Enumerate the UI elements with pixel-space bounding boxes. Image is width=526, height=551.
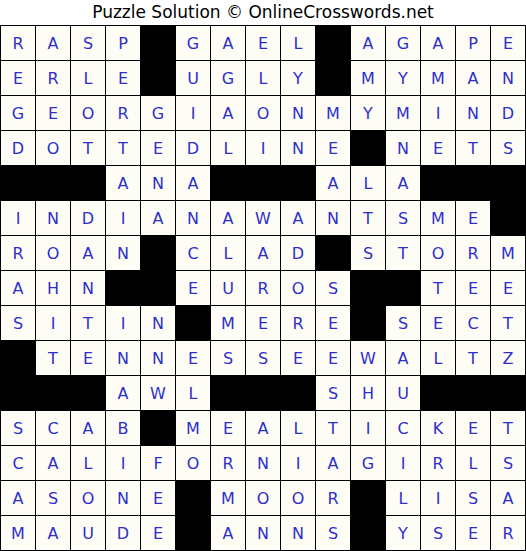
letter-cell-r8c13: T xyxy=(421,271,456,306)
letter-cell-r15c12: Y xyxy=(386,516,421,551)
letter-cell-r6c10: N xyxy=(316,201,351,236)
letter-cell-r12c9: L xyxy=(281,411,316,446)
block-cell-r11c7 xyxy=(211,376,246,411)
letter-cell-r13c8: N xyxy=(246,446,281,481)
letter-cell-r13c6: O xyxy=(176,446,211,481)
letter-cell-r1c7: A xyxy=(211,26,246,61)
letter-cell-r9c5: N xyxy=(141,306,176,341)
block-cell-r5c9 xyxy=(281,166,316,201)
letter-cell-r14c4: N xyxy=(106,481,141,516)
block-cell-r1c10 xyxy=(316,26,351,61)
letter-cell-r8c10: S xyxy=(316,271,351,306)
letter-cell-r8c3: N xyxy=(71,271,106,306)
letter-cell-r13c15: S xyxy=(491,446,526,481)
letter-cell-r5c10: A xyxy=(316,166,351,201)
block-cell-r5c13 xyxy=(421,166,456,201)
letter-cell-r12c13: K xyxy=(421,411,456,446)
letter-cell-r4c3: T xyxy=(71,131,106,166)
letter-cell-r7c13: O xyxy=(421,236,456,271)
puzzle-solution-page: Puzzle Solution © OnlineCrosswords.net R… xyxy=(0,0,526,551)
letter-cell-r7c4: N xyxy=(106,236,141,271)
letter-cell-r1c4: P xyxy=(106,26,141,61)
letter-cell-r3c7: A xyxy=(211,96,246,131)
letter-cell-r2c6: U xyxy=(176,61,211,96)
letter-cell-r9c12: S xyxy=(386,306,421,341)
page-title: Puzzle Solution © OnlineCrosswords.net xyxy=(0,0,526,25)
letter-cell-r2c12: Y xyxy=(386,61,421,96)
block-cell-r11c9 xyxy=(281,376,316,411)
block-cell-r11c14 xyxy=(456,376,491,411)
letter-cell-r13c10: A xyxy=(316,446,351,481)
letter-cell-r8c7: U xyxy=(211,271,246,306)
letter-cell-r10c11: W xyxy=(351,341,386,376)
letter-cell-r8c1: A xyxy=(1,271,36,306)
block-cell-r1c5 xyxy=(141,26,176,61)
block-cell-r10c1 xyxy=(1,341,36,376)
letter-cell-r5c6: A xyxy=(176,166,211,201)
block-cell-r8c4 xyxy=(106,271,141,306)
letter-cell-r7c6: C xyxy=(176,236,211,271)
letter-cell-r15c13: S xyxy=(421,516,456,551)
letter-cell-r11c10: S xyxy=(316,376,351,411)
letter-cell-r15c2: A xyxy=(36,516,71,551)
letter-cell-r2c11: M xyxy=(351,61,386,96)
letter-cell-r12c1: S xyxy=(1,411,36,446)
letter-cell-r6c2: N xyxy=(36,201,71,236)
letter-cell-r3c14: N xyxy=(456,96,491,131)
letter-cell-r3c15: D xyxy=(491,96,526,131)
letter-cell-r2c2: R xyxy=(36,61,71,96)
letter-cell-r15c15: R xyxy=(491,516,526,551)
letter-cell-r15c4: D xyxy=(106,516,141,551)
letter-cell-r13c12: I xyxy=(386,446,421,481)
block-cell-r14c11 xyxy=(351,481,386,516)
letter-cell-r1c11: A xyxy=(351,26,386,61)
block-cell-r8c12 xyxy=(386,271,421,306)
block-cell-r5c7 xyxy=(211,166,246,201)
letter-cell-r13c1: C xyxy=(1,446,36,481)
letter-cell-r8c8: R xyxy=(246,271,281,306)
letter-cell-r3c1: G xyxy=(1,96,36,131)
letter-cell-r3c10: M xyxy=(316,96,351,131)
letter-cell-r10c13: L xyxy=(421,341,456,376)
letter-cell-r14c2: S xyxy=(36,481,71,516)
letter-cell-r1c9: L xyxy=(281,26,316,61)
letter-cell-r1c3: S xyxy=(71,26,106,61)
letter-cell-r1c2: A xyxy=(36,26,71,61)
letter-cell-r3c4: R xyxy=(106,96,141,131)
letter-cell-r3c9: N xyxy=(281,96,316,131)
letter-cell-r6c5: A xyxy=(141,201,176,236)
letter-cell-r12c8: A xyxy=(246,411,281,446)
letter-cell-r12c4: B xyxy=(106,411,141,446)
letter-cell-r10c5: N xyxy=(141,341,176,376)
letter-cell-r8c14: E xyxy=(456,271,491,306)
letter-cell-r13c7: R xyxy=(211,446,246,481)
letter-cell-r7c11: S xyxy=(351,236,386,271)
block-cell-r6c15 xyxy=(491,201,526,236)
letter-cell-r7c14: R xyxy=(456,236,491,271)
letter-cell-r1c12: G xyxy=(386,26,421,61)
letter-cell-r6c13: M xyxy=(421,201,456,236)
letter-cell-r5c12: A xyxy=(386,166,421,201)
letter-cell-r6c1: I xyxy=(1,201,36,236)
letter-cell-r3c6: I xyxy=(176,96,211,131)
block-cell-r7c5 xyxy=(141,236,176,271)
crossword-grid: RASPGAELAGAPEERLEUGLYMYMANGEORGIAONMYMIN… xyxy=(0,25,526,551)
letter-cell-r6c6: N xyxy=(176,201,211,236)
letter-cell-r14c14: S xyxy=(456,481,491,516)
letter-cell-r2c15: N xyxy=(491,61,526,96)
letter-cell-r7c12: T xyxy=(386,236,421,271)
letter-cell-r6c11: T xyxy=(351,201,386,236)
letter-cell-r3c3: O xyxy=(71,96,106,131)
letter-cell-r9c7: M xyxy=(211,306,246,341)
letter-cell-r15c9: N xyxy=(281,516,316,551)
letter-cell-r9c10: E xyxy=(316,306,351,341)
block-cell-r5c8 xyxy=(246,166,281,201)
letter-cell-r14c5: E xyxy=(141,481,176,516)
letter-cell-r12c14: E xyxy=(456,411,491,446)
letter-cell-r3c11: Y xyxy=(351,96,386,131)
letter-cell-r9c2: I xyxy=(36,306,71,341)
letter-cell-r5c5: N xyxy=(141,166,176,201)
letter-cell-r10c10: E xyxy=(316,341,351,376)
letter-cell-r14c7: M xyxy=(211,481,246,516)
letter-cell-r10c2: T xyxy=(36,341,71,376)
letter-cell-r11c6: L xyxy=(176,376,211,411)
letter-cell-r14c8: O xyxy=(246,481,281,516)
letter-cell-r3c8: O xyxy=(246,96,281,131)
block-cell-r2c5 xyxy=(141,61,176,96)
letter-cell-r4c12: N xyxy=(386,131,421,166)
letter-cell-r6c4: I xyxy=(106,201,141,236)
letter-cell-r4c1: D xyxy=(1,131,36,166)
letter-cell-r8c2: H xyxy=(36,271,71,306)
letter-cell-r2c1: E xyxy=(1,61,36,96)
block-cell-r4c11 xyxy=(351,131,386,166)
letter-cell-r11c4: A xyxy=(106,376,141,411)
letter-cell-r6c14: E xyxy=(456,201,491,236)
letter-cell-r14c10: R xyxy=(316,481,351,516)
letter-cell-r8c9: O xyxy=(281,271,316,306)
letter-cell-r2c8: L xyxy=(246,61,281,96)
letter-cell-r3c13: I xyxy=(421,96,456,131)
letter-cell-r5c4: A xyxy=(106,166,141,201)
letter-cell-r12c12: C xyxy=(386,411,421,446)
letter-cell-r7c9: D xyxy=(281,236,316,271)
letter-cell-r12c10: T xyxy=(316,411,351,446)
letter-cell-r10c6: E xyxy=(176,341,211,376)
letter-cell-r7c15: M xyxy=(491,236,526,271)
block-cell-r5c1 xyxy=(1,166,36,201)
letter-cell-r11c11: H xyxy=(351,376,386,411)
letter-cell-r11c5: W xyxy=(141,376,176,411)
letter-cell-r6c3: D xyxy=(71,201,106,236)
block-cell-r7c10 xyxy=(316,236,351,271)
letter-cell-r11c12: U xyxy=(386,376,421,411)
letter-cell-r4c9: N xyxy=(281,131,316,166)
letter-cell-r10c8: S xyxy=(246,341,281,376)
letter-cell-r3c2: E xyxy=(36,96,71,131)
letter-cell-r10c14: T xyxy=(456,341,491,376)
letter-cell-r12c7: E xyxy=(211,411,246,446)
letter-cell-r13c13: R xyxy=(421,446,456,481)
letter-cell-r2c9: Y xyxy=(281,61,316,96)
letter-cell-r13c5: F xyxy=(141,446,176,481)
letter-cell-r1c13: A xyxy=(421,26,456,61)
letter-cell-r14c3: O xyxy=(71,481,106,516)
letter-cell-r4c10: E xyxy=(316,131,351,166)
letter-cell-r6c9: A xyxy=(281,201,316,236)
letter-cell-r13c4: I xyxy=(106,446,141,481)
letter-cell-r15c3: U xyxy=(71,516,106,551)
letter-cell-r4c6: D xyxy=(176,131,211,166)
letter-cell-r8c15: E xyxy=(491,271,526,306)
letter-cell-r15c10: S xyxy=(316,516,351,551)
letter-cell-r12c11: I xyxy=(351,411,386,446)
letter-cell-r13c2: A xyxy=(36,446,71,481)
letter-cell-r9c1: S xyxy=(1,306,36,341)
letter-cell-r14c1: A xyxy=(1,481,36,516)
letter-cell-r15c5: E xyxy=(141,516,176,551)
block-cell-r5c14 xyxy=(456,166,491,201)
letter-cell-r15c1: M xyxy=(1,516,36,551)
letter-cell-r15c14: E xyxy=(456,516,491,551)
letter-cell-r2c4: E xyxy=(106,61,141,96)
block-cell-r8c5 xyxy=(141,271,176,306)
block-cell-r14c6 xyxy=(176,481,211,516)
letter-cell-r3c12: M xyxy=(386,96,421,131)
letter-cell-r2c3: L xyxy=(71,61,106,96)
letter-cell-r4c8: I xyxy=(246,131,281,166)
block-cell-r15c6 xyxy=(176,516,211,551)
letter-cell-r10c4: N xyxy=(106,341,141,376)
letter-cell-r13c3: L xyxy=(71,446,106,481)
letter-cell-r6c12: S xyxy=(386,201,421,236)
letter-cell-r15c8: N xyxy=(246,516,281,551)
letter-cell-r14c9: O xyxy=(281,481,316,516)
block-cell-r5c3 xyxy=(71,166,106,201)
letter-cell-r4c13: E xyxy=(421,131,456,166)
letter-cell-r10c15: Z xyxy=(491,341,526,376)
letter-cell-r12c3: A xyxy=(71,411,106,446)
block-cell-r5c2 xyxy=(36,166,71,201)
letter-cell-r13c11: G xyxy=(351,446,386,481)
letter-cell-r1c14: P xyxy=(456,26,491,61)
block-cell-r9c11 xyxy=(351,306,386,341)
block-cell-r2c10 xyxy=(316,61,351,96)
letter-cell-r7c3: A xyxy=(71,236,106,271)
letter-cell-r9c8: E xyxy=(246,306,281,341)
block-cell-r15c11 xyxy=(351,516,386,551)
letter-cell-r4c7: L xyxy=(211,131,246,166)
letter-cell-r2c13: M xyxy=(421,61,456,96)
letter-cell-r12c15: T xyxy=(491,411,526,446)
letter-cell-r12c6: M xyxy=(176,411,211,446)
letter-cell-r15c7: A xyxy=(211,516,246,551)
letter-cell-r4c4: T xyxy=(106,131,141,166)
letter-cell-r14c13: I xyxy=(421,481,456,516)
letter-cell-r7c7: L xyxy=(211,236,246,271)
block-cell-r9c6 xyxy=(176,306,211,341)
letter-cell-r6c8: W xyxy=(246,201,281,236)
letter-cell-r12c2: C xyxy=(36,411,71,446)
letter-cell-r9c4: I xyxy=(106,306,141,341)
letter-cell-r4c5: E xyxy=(141,131,176,166)
block-cell-r11c13 xyxy=(421,376,456,411)
letter-cell-r9c14: C xyxy=(456,306,491,341)
letter-cell-r3c5: G xyxy=(141,96,176,131)
letter-cell-r2c14: A xyxy=(456,61,491,96)
block-cell-r11c15 xyxy=(491,376,526,411)
letter-cell-r8c6: E xyxy=(176,271,211,306)
block-cell-r11c2 xyxy=(36,376,71,411)
letter-cell-r10c12: A xyxy=(386,341,421,376)
letter-cell-r14c12: L xyxy=(386,481,421,516)
letter-cell-r10c9: E xyxy=(281,341,316,376)
letter-cell-r7c8: A xyxy=(246,236,281,271)
block-cell-r5c15 xyxy=(491,166,526,201)
letter-cell-r2c7: G xyxy=(211,61,246,96)
block-cell-r11c3 xyxy=(71,376,106,411)
letter-cell-r7c1: R xyxy=(1,236,36,271)
letter-cell-r4c2: O xyxy=(36,131,71,166)
letter-cell-r7c2: O xyxy=(36,236,71,271)
letter-cell-r4c14: T xyxy=(456,131,491,166)
letter-cell-r9c3: T xyxy=(71,306,106,341)
block-cell-r12c5 xyxy=(141,411,176,446)
letter-cell-r4c15: S xyxy=(491,131,526,166)
letter-cell-r9c9: R xyxy=(281,306,316,341)
letter-cell-r1c15: E xyxy=(491,26,526,61)
letter-cell-r9c13: E xyxy=(421,306,456,341)
letter-cell-r10c3: E xyxy=(71,341,106,376)
letter-cell-r9c15: T xyxy=(491,306,526,341)
letter-cell-r14c15: A xyxy=(491,481,526,516)
letter-cell-r5c11: L xyxy=(351,166,386,201)
block-cell-r11c8 xyxy=(246,376,281,411)
letter-cell-r13c9: I xyxy=(281,446,316,481)
letter-cell-r10c7: S xyxy=(211,341,246,376)
letter-cell-r6c7: A xyxy=(211,201,246,236)
letter-cell-r13c14: L xyxy=(456,446,491,481)
letter-cell-r1c8: E xyxy=(246,26,281,61)
letter-cell-r1c1: R xyxy=(1,26,36,61)
letter-cell-r1c6: G xyxy=(176,26,211,61)
block-cell-r8c11 xyxy=(351,271,386,306)
block-cell-r11c1 xyxy=(1,376,36,411)
